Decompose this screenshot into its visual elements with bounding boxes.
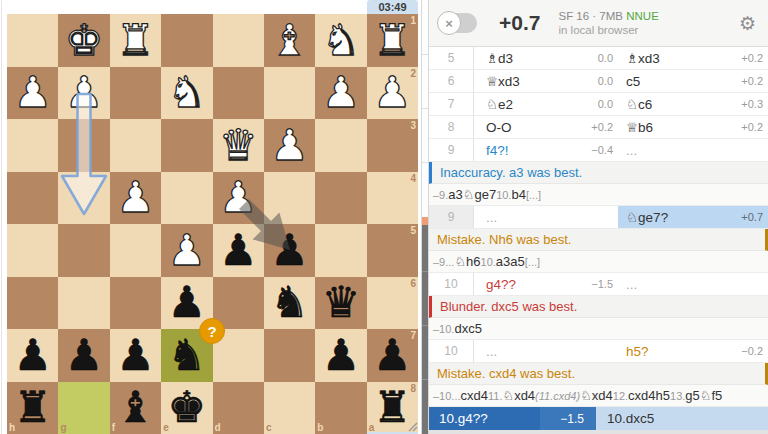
variation-move[interactable]: ♘ge7 bbox=[463, 187, 496, 202]
square-b1[interactable]: ♞ bbox=[315, 14, 366, 67]
square-h1[interactable] bbox=[7, 14, 58, 67]
white-move[interactable]: g4?? bbox=[486, 277, 516, 292]
square-h5[interactable] bbox=[7, 224, 58, 277]
white-move-cell[interactable]: O-O+0.2 bbox=[474, 116, 618, 138]
gauge-tick bbox=[422, 54, 428, 55]
file-label-e: e bbox=[163, 422, 169, 433]
black-move-eval: +0.7 bbox=[741, 211, 763, 223]
rank-label-2: 2 bbox=[410, 68, 416, 79]
mistake-question-badge: ? bbox=[199, 318, 225, 344]
square-f2[interactable] bbox=[110, 67, 161, 120]
piece-white-queen[interactable]: ♛ bbox=[213, 119, 264, 172]
piece-white-pawn[interactable]: ♟ bbox=[7, 67, 58, 120]
white-move-eval: 0.0 bbox=[598, 75, 613, 87]
square-c4[interactable] bbox=[264, 172, 315, 225]
black-move-eval: −0.2 bbox=[741, 345, 763, 357]
piece-black-pawn[interactable]: ♟ bbox=[315, 329, 366, 382]
judgment-comment: Blunder. dxc5 was best. bbox=[429, 296, 768, 318]
black-move-eval: +0.3 bbox=[741, 98, 763, 110]
variation-move[interactable]: (11.cxd4) bbox=[535, 390, 580, 402]
chess-board[interactable]: ♚♜♝♞♜1♟♟♞♟♟2♛♟3♟♟4♟♟♟5♟♞♛6♟♟♟♞♟♟7♜hg♝f♚e… bbox=[7, 14, 418, 434]
piece-white-pawn[interactable]: ♟ bbox=[264, 119, 315, 172]
square-e5[interactable]: ♟ bbox=[161, 224, 212, 277]
black-move-eval: +0.2 bbox=[741, 52, 763, 64]
engine-header: × +0.7 SF 16 · 7MB NNUE in local browser… bbox=[429, 0, 768, 47]
rank-label-7: 7 bbox=[410, 330, 416, 341]
square-e1[interactable] bbox=[161, 14, 212, 67]
piece-black-pawn[interactable]: ♟ bbox=[7, 329, 58, 382]
board-resize-handle[interactable] bbox=[405, 419, 419, 433]
engine-eval: +0.7 bbox=[499, 11, 540, 35]
move-row-10: 10g4??−1.5... bbox=[429, 273, 768, 296]
variation-move[interactable]: b4 bbox=[511, 187, 525, 202]
square-g6[interactable] bbox=[58, 277, 109, 330]
square-g8[interactable]: g bbox=[58, 382, 109, 434]
variation-move-number: 13. bbox=[670, 390, 685, 402]
square-e3[interactable] bbox=[161, 119, 212, 172]
square-a3[interactable]: 3 bbox=[367, 119, 418, 172]
gauge-black-portion bbox=[422, 225, 428, 434]
move-number: 10 bbox=[429, 273, 474, 295]
variation-move-number: 11. bbox=[488, 390, 502, 402]
piece-black-pawn[interactable]: ♟ bbox=[110, 329, 161, 382]
square-d5[interactable]: ♟ bbox=[213, 224, 264, 277]
nnue-label: NNUE bbox=[626, 10, 659, 22]
black-move[interactable]: ♘ge7? bbox=[626, 209, 668, 225]
square-h8[interactable]: ♜h bbox=[7, 382, 58, 434]
square-f4[interactable]: ♟ bbox=[110, 172, 161, 225]
bottom-strip bbox=[429, 430, 768, 434]
piece-white-pawn[interactable]: ♟ bbox=[58, 67, 109, 120]
move-number: 6 bbox=[429, 70, 474, 92]
piece-white-pawn[interactable]: ♟ bbox=[161, 224, 212, 277]
settings-gear-icon[interactable]: ⚙ bbox=[739, 12, 756, 34]
file-label-d: d bbox=[215, 422, 221, 433]
white-move-cell[interactable]: ♘e20.0 bbox=[474, 93, 618, 115]
square-g1[interactable]: ♚ bbox=[58, 14, 109, 67]
white-move-eval: 0.0 bbox=[598, 52, 613, 64]
piece-black-queen[interactable]: ♛ bbox=[315, 277, 366, 330]
file-label-g: g bbox=[60, 422, 66, 433]
square-d1[interactable] bbox=[213, 14, 264, 67]
square-f8[interactable]: ♝f bbox=[110, 382, 161, 434]
square-f1[interactable]: ♜ bbox=[110, 14, 161, 67]
square-d4[interactable]: ♟ bbox=[213, 172, 264, 225]
black-move-eval: +0.2 bbox=[741, 75, 763, 87]
square-g5[interactable] bbox=[58, 224, 109, 277]
square-f3[interactable] bbox=[110, 119, 161, 172]
black-move[interactable]: ♗xd3 bbox=[626, 50, 660, 66]
white-move-cell[interactable]: ... bbox=[474, 206, 618, 228]
square-b2[interactable]: ♟ bbox=[315, 67, 366, 120]
black-move[interactable]: ... bbox=[626, 277, 637, 292]
variation-line[interactable]: –10.dxc5 bbox=[429, 318, 768, 340]
white-move-cell[interactable]: g4??−1.5 bbox=[474, 273, 618, 295]
black-move-cell[interactable]: ♘c6+0.3 bbox=[618, 93, 768, 115]
left-edge-divider bbox=[1, 0, 2, 434]
gauge-tick bbox=[422, 108, 428, 109]
square-b6[interactable]: ♛ bbox=[315, 277, 366, 330]
square-b4[interactable] bbox=[315, 172, 366, 225]
square-h3[interactable] bbox=[7, 119, 58, 172]
engine-info: SF 16 · 7MB NNUE in local browser bbox=[558, 9, 738, 37]
piece-white-pawn[interactable]: ♟ bbox=[213, 172, 264, 225]
variation-move[interactable]: a3 bbox=[496, 254, 510, 269]
square-g2[interactable]: ♟ bbox=[58, 67, 109, 120]
white-move-cell[interactable]: ♗d30.0 bbox=[474, 47, 618, 69]
square-f6[interactable] bbox=[110, 277, 161, 330]
variation-line[interactable]: –9...♘h6 10.a3 a5 [...] bbox=[429, 251, 768, 273]
variation-move-number: [...] bbox=[525, 256, 540, 268]
white-move[interactable]: ... bbox=[486, 344, 497, 359]
variation-move-number: –10. bbox=[433, 323, 454, 335]
white-move-cell[interactable]: f4?!−0.4 bbox=[474, 139, 618, 161]
white-move-eval: +0.2 bbox=[591, 121, 613, 133]
square-g4[interactable] bbox=[58, 172, 109, 225]
black-move[interactable]: ♘c6 bbox=[626, 96, 652, 112]
black-move[interactable]: ... bbox=[626, 143, 637, 158]
variation-move[interactable]: ♘xd4 bbox=[502, 388, 535, 403]
move-number: 10 bbox=[429, 340, 474, 362]
white-move-cell[interactable]: ♕xd30.0 bbox=[474, 70, 618, 92]
gauge-tick bbox=[422, 379, 428, 380]
square-c6[interactable]: ♞ bbox=[264, 277, 315, 330]
white-move-eval: −1.5 bbox=[591, 278, 613, 290]
square-b3[interactable] bbox=[315, 119, 366, 172]
rank-label-8: 8 bbox=[410, 383, 416, 394]
engine-toggle-knob[interactable]: × bbox=[437, 11, 461, 35]
white-move-eval: −0.4 bbox=[591, 144, 613, 156]
variation-move-number: 12. bbox=[613, 390, 628, 402]
variation-move[interactable]: h5 bbox=[656, 388, 670, 403]
judgment-comment: Mistake. Nh6 was best. bbox=[429, 229, 768, 251]
black-move-cell[interactable]: ♗xd3+0.2 bbox=[618, 47, 768, 69]
square-f5[interactable] bbox=[110, 224, 161, 277]
square-b7[interactable]: ♟ bbox=[315, 329, 366, 382]
move-row-6: 6♕xd30.0c5+0.2 bbox=[429, 70, 768, 93]
variation-move[interactable]: g5 bbox=[685, 388, 699, 403]
variation-move[interactable]: a3 bbox=[448, 187, 462, 202]
square-h2[interactable]: ♟ bbox=[7, 67, 58, 120]
move-number: 9 bbox=[429, 206, 474, 228]
square-c2[interactable] bbox=[264, 67, 315, 120]
variation-move[interactable]: ♘xd4 bbox=[580, 388, 613, 403]
black-move-cell[interactable]: ... bbox=[618, 273, 768, 295]
white-move-eval: 0.0 bbox=[598, 98, 613, 110]
move-number: 7 bbox=[429, 93, 474, 115]
square-b8[interactable]: b bbox=[315, 382, 366, 434]
black-move-cell[interactable]: ... bbox=[618, 139, 768, 161]
square-c5[interactable]: ♟ bbox=[264, 224, 315, 277]
piece-white-knight[interactable]: ♞ bbox=[161, 67, 212, 120]
rank-label-3: 3 bbox=[410, 120, 416, 131]
piece-black-pawn[interactable]: ♟ bbox=[264, 224, 315, 277]
rank-label-5: 5 bbox=[410, 225, 416, 236]
square-f7[interactable]: ♟ bbox=[110, 329, 161, 382]
move-row-10: 10...h5?−0.2 bbox=[429, 340, 768, 363]
variation-move-number: –9. bbox=[433, 189, 448, 201]
square-a6[interactable]: 6 bbox=[367, 277, 418, 330]
variation-move[interactable]: ♘f5 bbox=[700, 388, 723, 403]
square-h6[interactable] bbox=[7, 277, 58, 330]
variation-move[interactable]: cxd4 bbox=[461, 388, 488, 403]
black-move[interactable]: c5 bbox=[626, 74, 640, 89]
variation-move-number: 10. bbox=[496, 189, 511, 201]
square-b5[interactable] bbox=[315, 224, 366, 277]
lichess-analysis-screen: ♚♜♝♞♜1♟♟♞♟♟2♛♟3♟♟4♟♟♟5♟♞♛6♟♟♟♞♟♟7♜hg♝f♚e… bbox=[0, 0, 768, 434]
variation-line[interactable]: –9.a3 ♘ge7 10.b4 [...] bbox=[429, 184, 768, 206]
move-number: 5 bbox=[429, 47, 474, 69]
square-a7[interactable]: ♟7 bbox=[367, 329, 418, 382]
square-c8[interactable]: c bbox=[264, 382, 315, 434]
piece-black-bishop[interactable]: ♝ bbox=[110, 382, 161, 434]
black-move-eval: +0.2 bbox=[741, 121, 763, 133]
black-move-cell[interactable]: ♘ge7?+0.7 bbox=[618, 206, 768, 228]
gauge-tick bbox=[422, 325, 428, 326]
move-row-8: 8O-O+0.2♕b6+0.2 bbox=[429, 116, 768, 139]
variation-move-number: –10... bbox=[433, 390, 461, 402]
variation-move[interactable]: a5 bbox=[510, 254, 524, 269]
square-a1[interactable]: ♜1 bbox=[367, 14, 418, 67]
square-a5[interactable]: 5 bbox=[367, 224, 418, 277]
white-move[interactable]: ♘e2 bbox=[486, 96, 513, 112]
move-row-7: 7♘e20.0♘c6+0.3 bbox=[429, 93, 768, 116]
best-move-tab[interactable]: 10.dxc5 bbox=[596, 407, 768, 430]
eval-gauge bbox=[421, 0, 429, 434]
variation-line[interactable]: –10...cxd4 11.♘xd4 (11.cxd4) ♘xd4 12.cxd… bbox=[429, 385, 768, 407]
variation-move-number: 10. bbox=[481, 256, 496, 268]
move-number: 8 bbox=[429, 116, 474, 138]
square-c3[interactable]: ♟ bbox=[264, 119, 315, 172]
rank-label-4: 4 bbox=[410, 173, 416, 184]
white-move-cell[interactable]: ... bbox=[474, 340, 618, 362]
square-d2[interactable] bbox=[213, 67, 264, 120]
move-row-9: 9f4?!−0.4... bbox=[429, 139, 768, 162]
square-c1[interactable]: ♝ bbox=[264, 14, 315, 67]
piece-white-king[interactable]: ♚ bbox=[58, 14, 109, 67]
square-a4[interactable]: 4 bbox=[367, 172, 418, 225]
move-list: 5♗d30.0♗xd3+0.26♕xd30.0c5+0.27♘e20.0♘c6+… bbox=[429, 47, 768, 407]
piece-white-pawn[interactable]: ♟ bbox=[110, 172, 161, 225]
white-clock: 03:49 bbox=[367, 0, 418, 14]
rank-label-1: 1 bbox=[410, 15, 416, 26]
judgment-comment: Mistake. cxd4 was best. bbox=[429, 363, 768, 385]
black-move-cell[interactable]: h5?−0.2 bbox=[618, 340, 768, 362]
black-move-cell[interactable]: c5+0.2 bbox=[618, 70, 768, 92]
piece-white-pawn[interactable]: ♟ bbox=[315, 67, 366, 120]
move-row-5: 5♗d30.0♗xd3+0.2 bbox=[429, 47, 768, 70]
gauge-midline-marker bbox=[422, 217, 428, 225]
played-move-tab[interactable]: 10.g4?? bbox=[429, 407, 540, 430]
engine-toggle[interactable]: × bbox=[439, 13, 477, 33]
variation-move[interactable]: cxd4 bbox=[628, 388, 655, 403]
square-e2[interactable]: ♞ bbox=[161, 67, 212, 120]
piece-white-bishop[interactable]: ♝ bbox=[264, 14, 315, 67]
square-d3[interactable]: ♛ bbox=[213, 119, 264, 172]
piece-black-pawn[interactable]: ♟ bbox=[58, 329, 109, 382]
black-move[interactable]: h5? bbox=[626, 344, 649, 359]
piece-white-rook[interactable]: ♜ bbox=[110, 14, 161, 67]
white-move[interactable]: ♗d3 bbox=[486, 50, 513, 66]
played-move-eval: −1.5 bbox=[540, 407, 596, 430]
white-move[interactable]: f4?! bbox=[486, 143, 509, 158]
variation-move[interactable]: ♘h6 bbox=[454, 254, 480, 269]
variation-move-number: –9... bbox=[433, 256, 454, 268]
square-e4[interactable] bbox=[161, 172, 212, 225]
square-h4[interactable] bbox=[7, 172, 58, 225]
file-label-f: f bbox=[112, 422, 115, 433]
rank-label-6: 6 bbox=[410, 278, 416, 289]
square-g7[interactable]: ♟ bbox=[58, 329, 109, 382]
file-label-c: c bbox=[266, 422, 272, 433]
engine-location: in local browser bbox=[558, 23, 738, 37]
piece-black-knight[interactable]: ♞ bbox=[264, 277, 315, 330]
square-c7[interactable] bbox=[264, 329, 315, 382]
move-row-9: 9...♘ge7?+0.7 bbox=[429, 206, 768, 229]
bottom-move-bar: 10.g4?? −1.5 10.dxc5 bbox=[429, 407, 768, 430]
square-a2[interactable]: ♟2 bbox=[367, 67, 418, 120]
engine-name: SF 16 · 7MB bbox=[558, 10, 623, 22]
square-h7[interactable]: ♟ bbox=[7, 329, 58, 382]
black-move-cell[interactable]: ♕b6+0.2 bbox=[618, 116, 768, 138]
black-move[interactable]: ♕b6 bbox=[626, 119, 653, 135]
white-move[interactable]: O-O bbox=[486, 120, 512, 135]
gauge-tick bbox=[422, 162, 428, 163]
variation-move-number: [...] bbox=[526, 189, 541, 201]
square-d8[interactable]: d bbox=[213, 382, 264, 434]
analysis-panel: × +0.7 SF 16 · 7MB NNUE in local browser… bbox=[429, 0, 768, 434]
piece-black-pawn[interactable]: ♟ bbox=[213, 224, 264, 277]
move-number: 9 bbox=[429, 139, 474, 161]
square-g3[interactable] bbox=[58, 119, 109, 172]
piece-white-knight[interactable]: ♞ bbox=[315, 14, 366, 67]
file-label-h: h bbox=[9, 422, 15, 433]
judgment-comment: Inaccuracy. a3 was best. bbox=[429, 162, 768, 184]
variation-move[interactable]: dxc5 bbox=[454, 321, 481, 336]
white-move[interactable]: ♕xd3 bbox=[486, 73, 520, 89]
square-e8[interactable]: ♚e bbox=[161, 382, 212, 434]
white-move[interactable]: ... bbox=[486, 210, 497, 225]
file-label-b: b bbox=[317, 422, 323, 433]
gauge-tick bbox=[422, 271, 428, 272]
